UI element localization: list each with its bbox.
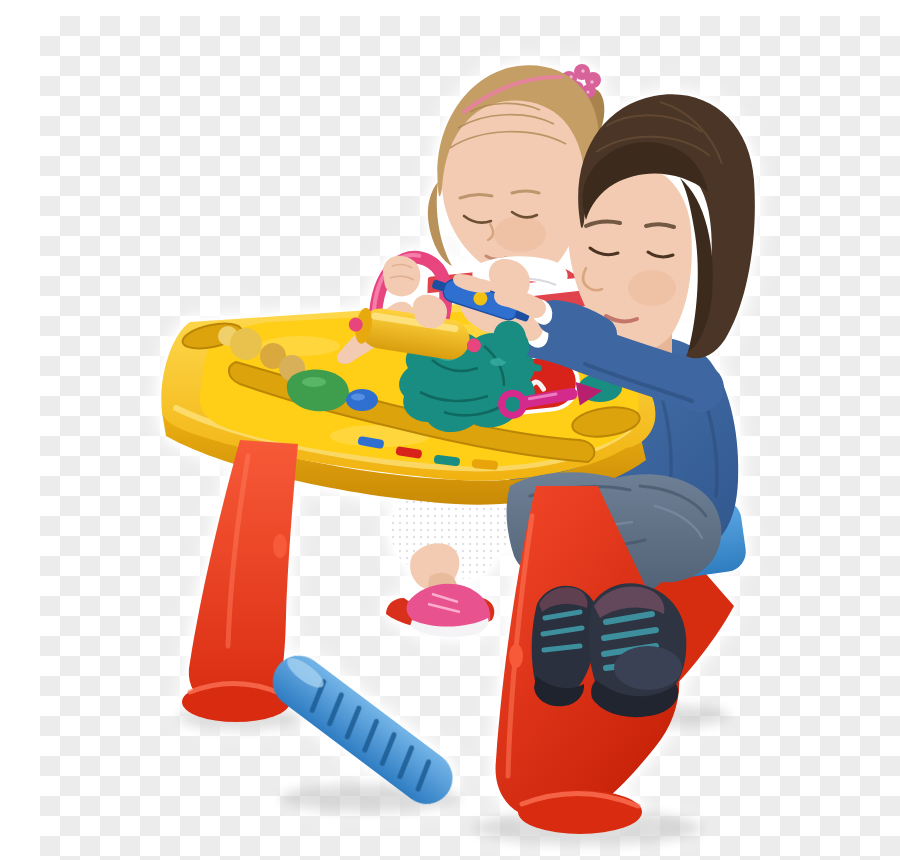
sticker-cutout — [161, 64, 755, 845]
scene-illustration — [40, 16, 900, 860]
boy-cheek — [628, 270, 676, 306]
cone-nub — [509, 644, 523, 668]
cutout-photo — [40, 16, 900, 860]
girl-pink-shoe — [406, 584, 490, 637]
boy-sleeve-upper — [554, 317, 600, 334]
dough-blue-lump — [346, 389, 378, 411]
shoe-near-toecap — [614, 646, 682, 690]
girl-cheek — [494, 216, 546, 252]
left-leg-nub — [273, 534, 287, 558]
boy-shoe-near — [589, 583, 687, 717]
